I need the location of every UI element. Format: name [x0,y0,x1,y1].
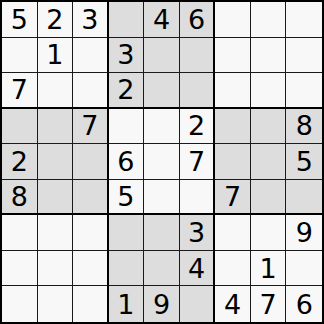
cell-r6c4[interactable]: 5 [109,180,145,216]
cell-r1c4[interactable] [109,2,145,38]
cell-r7c7[interactable] [215,215,251,251]
cell-r5c5[interactable] [144,144,180,180]
cell-r5c8[interactable] [251,144,287,180]
cell-r8c8[interactable]: 1 [251,251,287,287]
cell-r9c1[interactable] [2,286,38,322]
cell-r4c6[interactable]: 2 [180,109,216,145]
cell-r2c7[interactable] [215,38,251,74]
cell-r7c9[interactable]: 9 [286,215,322,251]
cell-r4c2[interactable] [38,109,74,145]
cell-r2c9[interactable] [286,38,322,74]
cell-r9c2[interactable] [38,286,74,322]
cell-r6c6[interactable] [180,180,216,216]
cell-r8c5[interactable] [144,251,180,287]
cell-r4c7[interactable] [215,109,251,145]
cell-r3c2[interactable] [38,73,74,109]
cell-r6c9[interactable] [286,180,322,216]
cell-r2c3[interactable] [73,38,109,74]
cell-r1c3[interactable]: 3 [73,2,109,38]
cell-r3c3[interactable] [73,73,109,109]
cell-r3c7[interactable] [215,73,251,109]
cell-r8c2[interactable] [38,251,74,287]
cell-r1c5[interactable]: 4 [144,2,180,38]
cell-r2c1[interactable] [2,38,38,74]
cell-r8c1[interactable] [2,251,38,287]
cell-r1c7[interactable] [215,2,251,38]
cell-r9c3[interactable] [73,286,109,322]
cell-r3c9[interactable] [286,73,322,109]
cell-r6c5[interactable] [144,180,180,216]
cell-r8c9[interactable] [286,251,322,287]
sudoku-board: 5234613727282675857394119476 [0,0,324,324]
cell-r5c7[interactable] [215,144,251,180]
cell-r7c2[interactable] [38,215,74,251]
cell-r9c9[interactable]: 6 [286,286,322,322]
cell-r7c8[interactable] [251,215,287,251]
cell-r6c8[interactable] [251,180,287,216]
cell-r5c9[interactable]: 5 [286,144,322,180]
cell-r2c5[interactable] [144,38,180,74]
cell-r3c6[interactable] [180,73,216,109]
cell-r2c4[interactable]: 3 [109,38,145,74]
cell-r4c8[interactable] [251,109,287,145]
cell-r7c5[interactable] [144,215,180,251]
cell-r1c9[interactable] [286,2,322,38]
cell-r5c1[interactable]: 2 [2,144,38,180]
cell-r2c6[interactable] [180,38,216,74]
cell-r5c3[interactable] [73,144,109,180]
cell-r3c5[interactable] [144,73,180,109]
cell-r1c1[interactable]: 5 [2,2,38,38]
cell-r5c6[interactable]: 7 [180,144,216,180]
cell-r8c4[interactable] [109,251,145,287]
cell-r7c1[interactable] [2,215,38,251]
cell-r4c3[interactable]: 7 [73,109,109,145]
cell-r9c8[interactable]: 7 [251,286,287,322]
cell-r3c1[interactable]: 7 [2,73,38,109]
cell-r6c1[interactable]: 8 [2,180,38,216]
cell-r8c6[interactable]: 4 [180,251,216,287]
cell-r8c3[interactable] [73,251,109,287]
cell-r4c4[interactable] [109,109,145,145]
cell-r7c3[interactable] [73,215,109,251]
cell-r6c3[interactable] [73,180,109,216]
cell-r1c2[interactable]: 2 [38,2,74,38]
cell-r3c4[interactable]: 2 [109,73,145,109]
cell-r6c7[interactable]: 7 [215,180,251,216]
cell-r8c7[interactable] [215,251,251,287]
cell-r9c4[interactable]: 1 [109,286,145,322]
cell-r9c7[interactable]: 4 [215,286,251,322]
cell-r4c1[interactable] [2,109,38,145]
cell-r6c2[interactable] [38,180,74,216]
cell-r7c4[interactable] [109,215,145,251]
cell-r7c6[interactable]: 3 [180,215,216,251]
cell-r9c6[interactable] [180,286,216,322]
cell-r1c8[interactable] [251,2,287,38]
cell-r3c8[interactable] [251,73,287,109]
cell-r4c9[interactable]: 8 [286,109,322,145]
cell-r5c4[interactable]: 6 [109,144,145,180]
cell-r1c6[interactable]: 6 [180,2,216,38]
cell-r4c5[interactable] [144,109,180,145]
cell-r9c5[interactable]: 9 [144,286,180,322]
cell-r2c8[interactable] [251,38,287,74]
cell-r5c2[interactable] [38,144,74,180]
cell-r2c2[interactable]: 1 [38,38,74,74]
